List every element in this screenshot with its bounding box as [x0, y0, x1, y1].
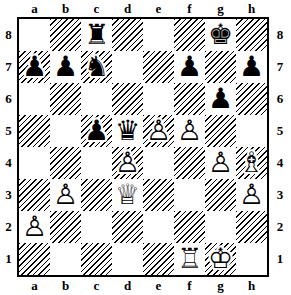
piece-black-pawn[interactable]: ♟♟ [81, 115, 112, 147]
square-f1[interactable]: ♜♖ [174, 243, 205, 275]
square-d1[interactable] [112, 243, 143, 275]
square-a4[interactable] [19, 147, 50, 179]
piece-face: ♟ [81, 115, 112, 147]
square-h3[interactable]: ♟♙ [236, 179, 267, 211]
piece-black-king[interactable]: ♚♚ [205, 19, 236, 51]
piece-face: ♟ [205, 83, 236, 115]
piece-face: ♕ [112, 179, 143, 211]
piece-face: ♞ [81, 51, 112, 83]
piece-halo: ♛ [112, 179, 143, 211]
square-b7[interactable]: ♟♟ [50, 51, 81, 83]
rank-labels-left: 87654321 [0, 19, 17, 275]
piece-black-queen[interactable]: ♛♛ [112, 115, 143, 147]
square-g1[interactable]: ♚♔ [205, 243, 236, 275]
square-h4[interactable]: ♝♗ [236, 147, 267, 179]
square-c1[interactable] [81, 243, 112, 275]
piece-halo: ♞ [81, 51, 112, 83]
piece-white-rook[interactable]: ♜♖ [174, 243, 205, 275]
rank-label-8: 8 [269, 19, 291, 51]
square-d7[interactable] [112, 51, 143, 83]
piece-black-pawn[interactable]: ♟♟ [205, 83, 236, 115]
square-b8[interactable] [50, 19, 81, 51]
square-b5[interactable] [50, 115, 81, 147]
square-a8[interactable] [19, 19, 50, 51]
piece-halo: ♟ [205, 83, 236, 115]
piece-face: ♙ [143, 115, 174, 147]
rank-label-4: 4 [0, 147, 17, 179]
piece-white-pawn[interactable]: ♟♙ [19, 211, 50, 243]
square-c7[interactable]: ♞♞ [81, 51, 112, 83]
square-f3[interactable] [174, 179, 205, 211]
piece-black-pawn[interactable]: ♟♟ [50, 51, 81, 83]
file-label-e: e [143, 0, 174, 17]
square-b6[interactable] [50, 83, 81, 115]
square-e3[interactable] [143, 179, 174, 211]
square-f5[interactable]: ♟♙ [174, 115, 205, 147]
square-e6[interactable] [143, 83, 174, 115]
piece-face: ♚ [205, 19, 236, 51]
piece-halo: ♟ [112, 147, 143, 179]
piece-face: ♟ [19, 51, 50, 83]
piece-face: ♖ [174, 243, 205, 275]
rank-label-7: 7 [0, 51, 17, 83]
square-g8[interactable]: ♚♚ [205, 19, 236, 51]
square-g6[interactable]: ♟♟ [205, 83, 236, 115]
rank-label-6: 6 [269, 83, 291, 115]
square-h6[interactable] [236, 83, 267, 115]
chess-diagram: abcdefgh 87654321 ♜♜♚♚♟♟♟♟♞♞♟♟♟♟♟♟♟♟♛♛♟♙… [0, 0, 291, 295]
file-label-f: f [174, 0, 205, 17]
file-labels-bottom: abcdefgh [19, 277, 267, 295]
rank-label-2: 2 [269, 211, 291, 243]
rank-label-8: 8 [0, 19, 17, 51]
square-d5[interactable]: ♛♛ [112, 115, 143, 147]
square-c3[interactable] [81, 179, 112, 211]
square-g4[interactable]: ♟♙ [205, 147, 236, 179]
square-e1[interactable] [143, 243, 174, 275]
file-label-h: h [236, 277, 267, 295]
file-label-e: e [143, 277, 174, 295]
piece-face: ♙ [236, 179, 267, 211]
file-label-a: a [19, 277, 50, 295]
piece-face: ♟ [50, 51, 81, 83]
piece-black-rook[interactable]: ♜♜ [81, 19, 112, 51]
piece-halo: ♟ [50, 51, 81, 83]
piece-black-pawn[interactable]: ♟♟ [19, 51, 50, 83]
square-f4[interactable] [174, 147, 205, 179]
square-f2[interactable] [174, 211, 205, 243]
piece-halo: ♝ [236, 147, 267, 179]
square-a7[interactable]: ♟♟ [19, 51, 50, 83]
square-f6[interactable] [174, 83, 205, 115]
rank-label-5: 5 [269, 115, 291, 147]
square-b3[interactable]: ♟♙ [50, 179, 81, 211]
square-a6[interactable] [19, 83, 50, 115]
piece-halo: ♟ [19, 51, 50, 83]
square-g3[interactable] [205, 179, 236, 211]
square-d3[interactable]: ♛♕ [112, 179, 143, 211]
piece-halo: ♚ [205, 243, 236, 275]
rank-label-2: 2 [0, 211, 17, 243]
piece-white-pawn[interactable]: ♟♙ [174, 115, 205, 147]
piece-white-pawn[interactable]: ♟♙ [112, 147, 143, 179]
square-b4[interactable] [50, 147, 81, 179]
square-b1[interactable] [50, 243, 81, 275]
square-g5[interactable] [205, 115, 236, 147]
file-label-d: d [112, 0, 143, 17]
file-label-b: b [50, 277, 81, 295]
piece-halo: ♟ [143, 115, 174, 147]
piece-halo: ♟ [174, 115, 205, 147]
square-a5[interactable] [19, 115, 50, 147]
square-d2[interactable] [112, 211, 143, 243]
chess-board[interactable]: ♜♜♚♚♟♟♟♟♞♞♟♟♟♟♟♟♟♟♛♛♟♙♟♙♟♙♟♙♝♗♟♙♛♕♟♙♟♙♜♖… [17, 17, 269, 277]
file-label-g: g [205, 0, 236, 17]
piece-face: ♙ [50, 179, 81, 211]
piece-white-queen[interactable]: ♛♕ [112, 179, 143, 211]
piece-halo: ♟ [19, 211, 50, 243]
piece-face: ♛ [112, 115, 143, 147]
piece-face: ♗ [236, 147, 267, 179]
square-c8[interactable]: ♜♜ [81, 19, 112, 51]
file-labels-top: abcdefgh [19, 0, 267, 17]
piece-white-pawn[interactable]: ♟♙ [50, 179, 81, 211]
square-d4[interactable]: ♟♙ [112, 147, 143, 179]
square-g7[interactable] [205, 51, 236, 83]
square-h1[interactable] [236, 243, 267, 275]
square-e4[interactable] [143, 147, 174, 179]
square-c5[interactable]: ♟♟ [81, 115, 112, 147]
file-label-b: b [50, 0, 81, 17]
square-f8[interactable] [174, 19, 205, 51]
square-e7[interactable] [143, 51, 174, 83]
square-c6[interactable] [81, 83, 112, 115]
file-label-f: f [174, 277, 205, 295]
square-h2[interactable] [236, 211, 267, 243]
square-h8[interactable] [236, 19, 267, 51]
piece-black-pawn[interactable]: ♟♟ [174, 51, 205, 83]
piece-white-pawn[interactable]: ♟♙ [143, 115, 174, 147]
rank-label-4: 4 [269, 147, 291, 179]
piece-halo: ♟ [236, 179, 267, 211]
rank-label-1: 1 [269, 243, 291, 275]
piece-face: ♜ [81, 19, 112, 51]
rank-labels-right: 87654321 [269, 19, 291, 275]
square-e2[interactable] [143, 211, 174, 243]
square-c2[interactable] [81, 211, 112, 243]
rank-label-1: 1 [0, 243, 17, 275]
rank-label-5: 5 [0, 115, 17, 147]
square-f7[interactable]: ♟♟ [174, 51, 205, 83]
file-label-g: g [205, 277, 236, 295]
piece-white-bishop[interactable]: ♝♗ [236, 147, 267, 179]
piece-black-pawn[interactable]: ♟♟ [236, 51, 267, 83]
square-a3[interactable] [19, 179, 50, 211]
file-label-h: h [236, 0, 267, 17]
square-c4[interactable] [81, 147, 112, 179]
piece-white-pawn[interactable]: ♟♙ [205, 147, 236, 179]
square-e5[interactable]: ♟♙ [143, 115, 174, 147]
piece-halo: ♟ [205, 147, 236, 179]
piece-face: ♙ [205, 147, 236, 179]
piece-white-pawn[interactable]: ♟♙ [236, 179, 267, 211]
square-e8[interactable] [143, 19, 174, 51]
square-h5[interactable] [236, 115, 267, 147]
file-label-a: a [19, 0, 50, 17]
piece-halo: ♜ [174, 243, 205, 275]
file-label-c: c [81, 277, 112, 295]
piece-face: ♙ [112, 147, 143, 179]
piece-face: ♟ [236, 51, 267, 83]
piece-black-knight[interactable]: ♞♞ [81, 51, 112, 83]
piece-halo: ♟ [236, 51, 267, 83]
square-d6[interactable] [112, 83, 143, 115]
piece-halo: ♚ [205, 19, 236, 51]
rank-label-7: 7 [269, 51, 291, 83]
square-d8[interactable] [112, 19, 143, 51]
square-g2[interactable] [205, 211, 236, 243]
piece-halo: ♟ [174, 51, 205, 83]
piece-halo: ♛ [112, 115, 143, 147]
rank-label-6: 6 [0, 83, 17, 115]
file-label-d: d [112, 277, 143, 295]
square-a1[interactable] [19, 243, 50, 275]
file-label-c: c [81, 0, 112, 17]
square-b2[interactable] [50, 211, 81, 243]
piece-face: ♙ [19, 211, 50, 243]
piece-face: ♟ [174, 51, 205, 83]
rank-label-3: 3 [269, 179, 291, 211]
piece-face: ♔ [205, 243, 236, 275]
rank-label-3: 3 [0, 179, 17, 211]
square-h7[interactable]: ♟♟ [236, 51, 267, 83]
piece-halo: ♜ [81, 19, 112, 51]
piece-white-king[interactable]: ♚♔ [205, 243, 236, 275]
piece-halo: ♟ [50, 179, 81, 211]
square-a2[interactable]: ♟♙ [19, 211, 50, 243]
piece-halo: ♟ [81, 115, 112, 147]
piece-face: ♙ [174, 115, 205, 147]
